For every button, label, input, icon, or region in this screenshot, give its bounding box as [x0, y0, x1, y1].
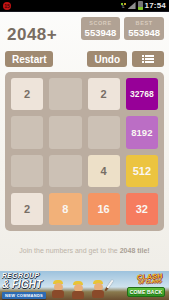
ad-character	[72, 281, 84, 299]
ad-character	[92, 280, 104, 298]
toolbar: Restart Undo	[5, 51, 164, 67]
tile-32: 32	[126, 193, 158, 225]
tile-8192: 8192	[126, 116, 158, 148]
battery-icon	[138, 1, 143, 10]
ad-headline: REGROUP & FIGHT	[2, 272, 42, 290]
empty-cell	[11, 155, 43, 187]
score-value: 553948	[85, 27, 117, 38]
menu-button[interactable]	[132, 51, 164, 67]
empty-cell	[49, 78, 81, 110]
game-board[interactable]: 223276881924512281632	[5, 72, 164, 231]
tile-512: 512	[126, 155, 158, 187]
status-time: 17:54	[145, 1, 166, 10]
best-value: 553948	[128, 27, 160, 38]
score-box: SCORE 553948	[81, 17, 121, 40]
tile-32768: 32768	[126, 78, 158, 110]
score-label: SCORE	[85, 20, 117, 26]
empty-cell	[49, 116, 81, 148]
app-title: 2048+	[7, 25, 57, 45]
list-icon	[142, 55, 155, 63]
ad-banner[interactable]: REGROUP & FIGHT NEW COMMANDS CLASH OF CL…	[0, 271, 169, 300]
empty-cell	[49, 155, 81, 187]
ad-game-logo: CLASH OF CLANS	[137, 272, 163, 285]
best-label: BEST	[128, 20, 160, 26]
tile-2: 2	[11, 78, 43, 110]
undo-button[interactable]: Undo	[87, 51, 127, 67]
tile-8: 8	[49, 193, 81, 225]
tile-2: 2	[11, 193, 43, 225]
restart-button[interactable]: Restart	[5, 51, 53, 67]
ad-character	[52, 280, 64, 298]
status-bar: 15 ⇅ 17:54	[0, 0, 169, 12]
empty-cell	[11, 116, 43, 148]
tile-16: 16	[88, 193, 120, 225]
sword-icon	[104, 280, 113, 292]
phone-screen: 15 ⇅ 17:54 2048+ SCORE 553948 BEST 55394…	[0, 0, 169, 300]
empty-cell	[88, 116, 120, 148]
best-box: BEST 553948	[124, 17, 164, 40]
notification-badge-icon: 15	[3, 2, 11, 10]
tile-4: 4	[88, 155, 120, 187]
come-back-button[interactable]: COME BACK	[127, 287, 165, 297]
slogan: Join the numbers and get to the 2048 til…	[4, 247, 165, 254]
tile-2: 2	[88, 78, 120, 110]
mobile-data-icon: ⇅	[121, 3, 126, 9]
header: 2048+ SCORE 553948 BEST 553948	[0, 12, 169, 45]
ad-ribbon: NEW COMMANDS	[2, 292, 46, 299]
signal-icon	[128, 2, 136, 9]
